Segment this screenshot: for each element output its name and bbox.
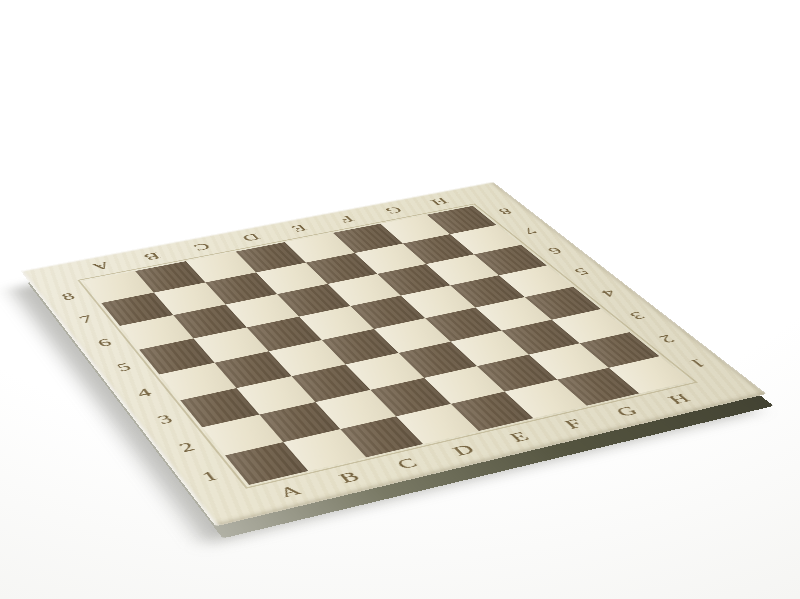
chessboard: AA88BB77CC66DD55EE44FF33GG22HH11 (20, 181, 766, 526)
studio-background: AA88BB77CC66DD55EE44FF33GG22HH11 (0, 0, 800, 599)
